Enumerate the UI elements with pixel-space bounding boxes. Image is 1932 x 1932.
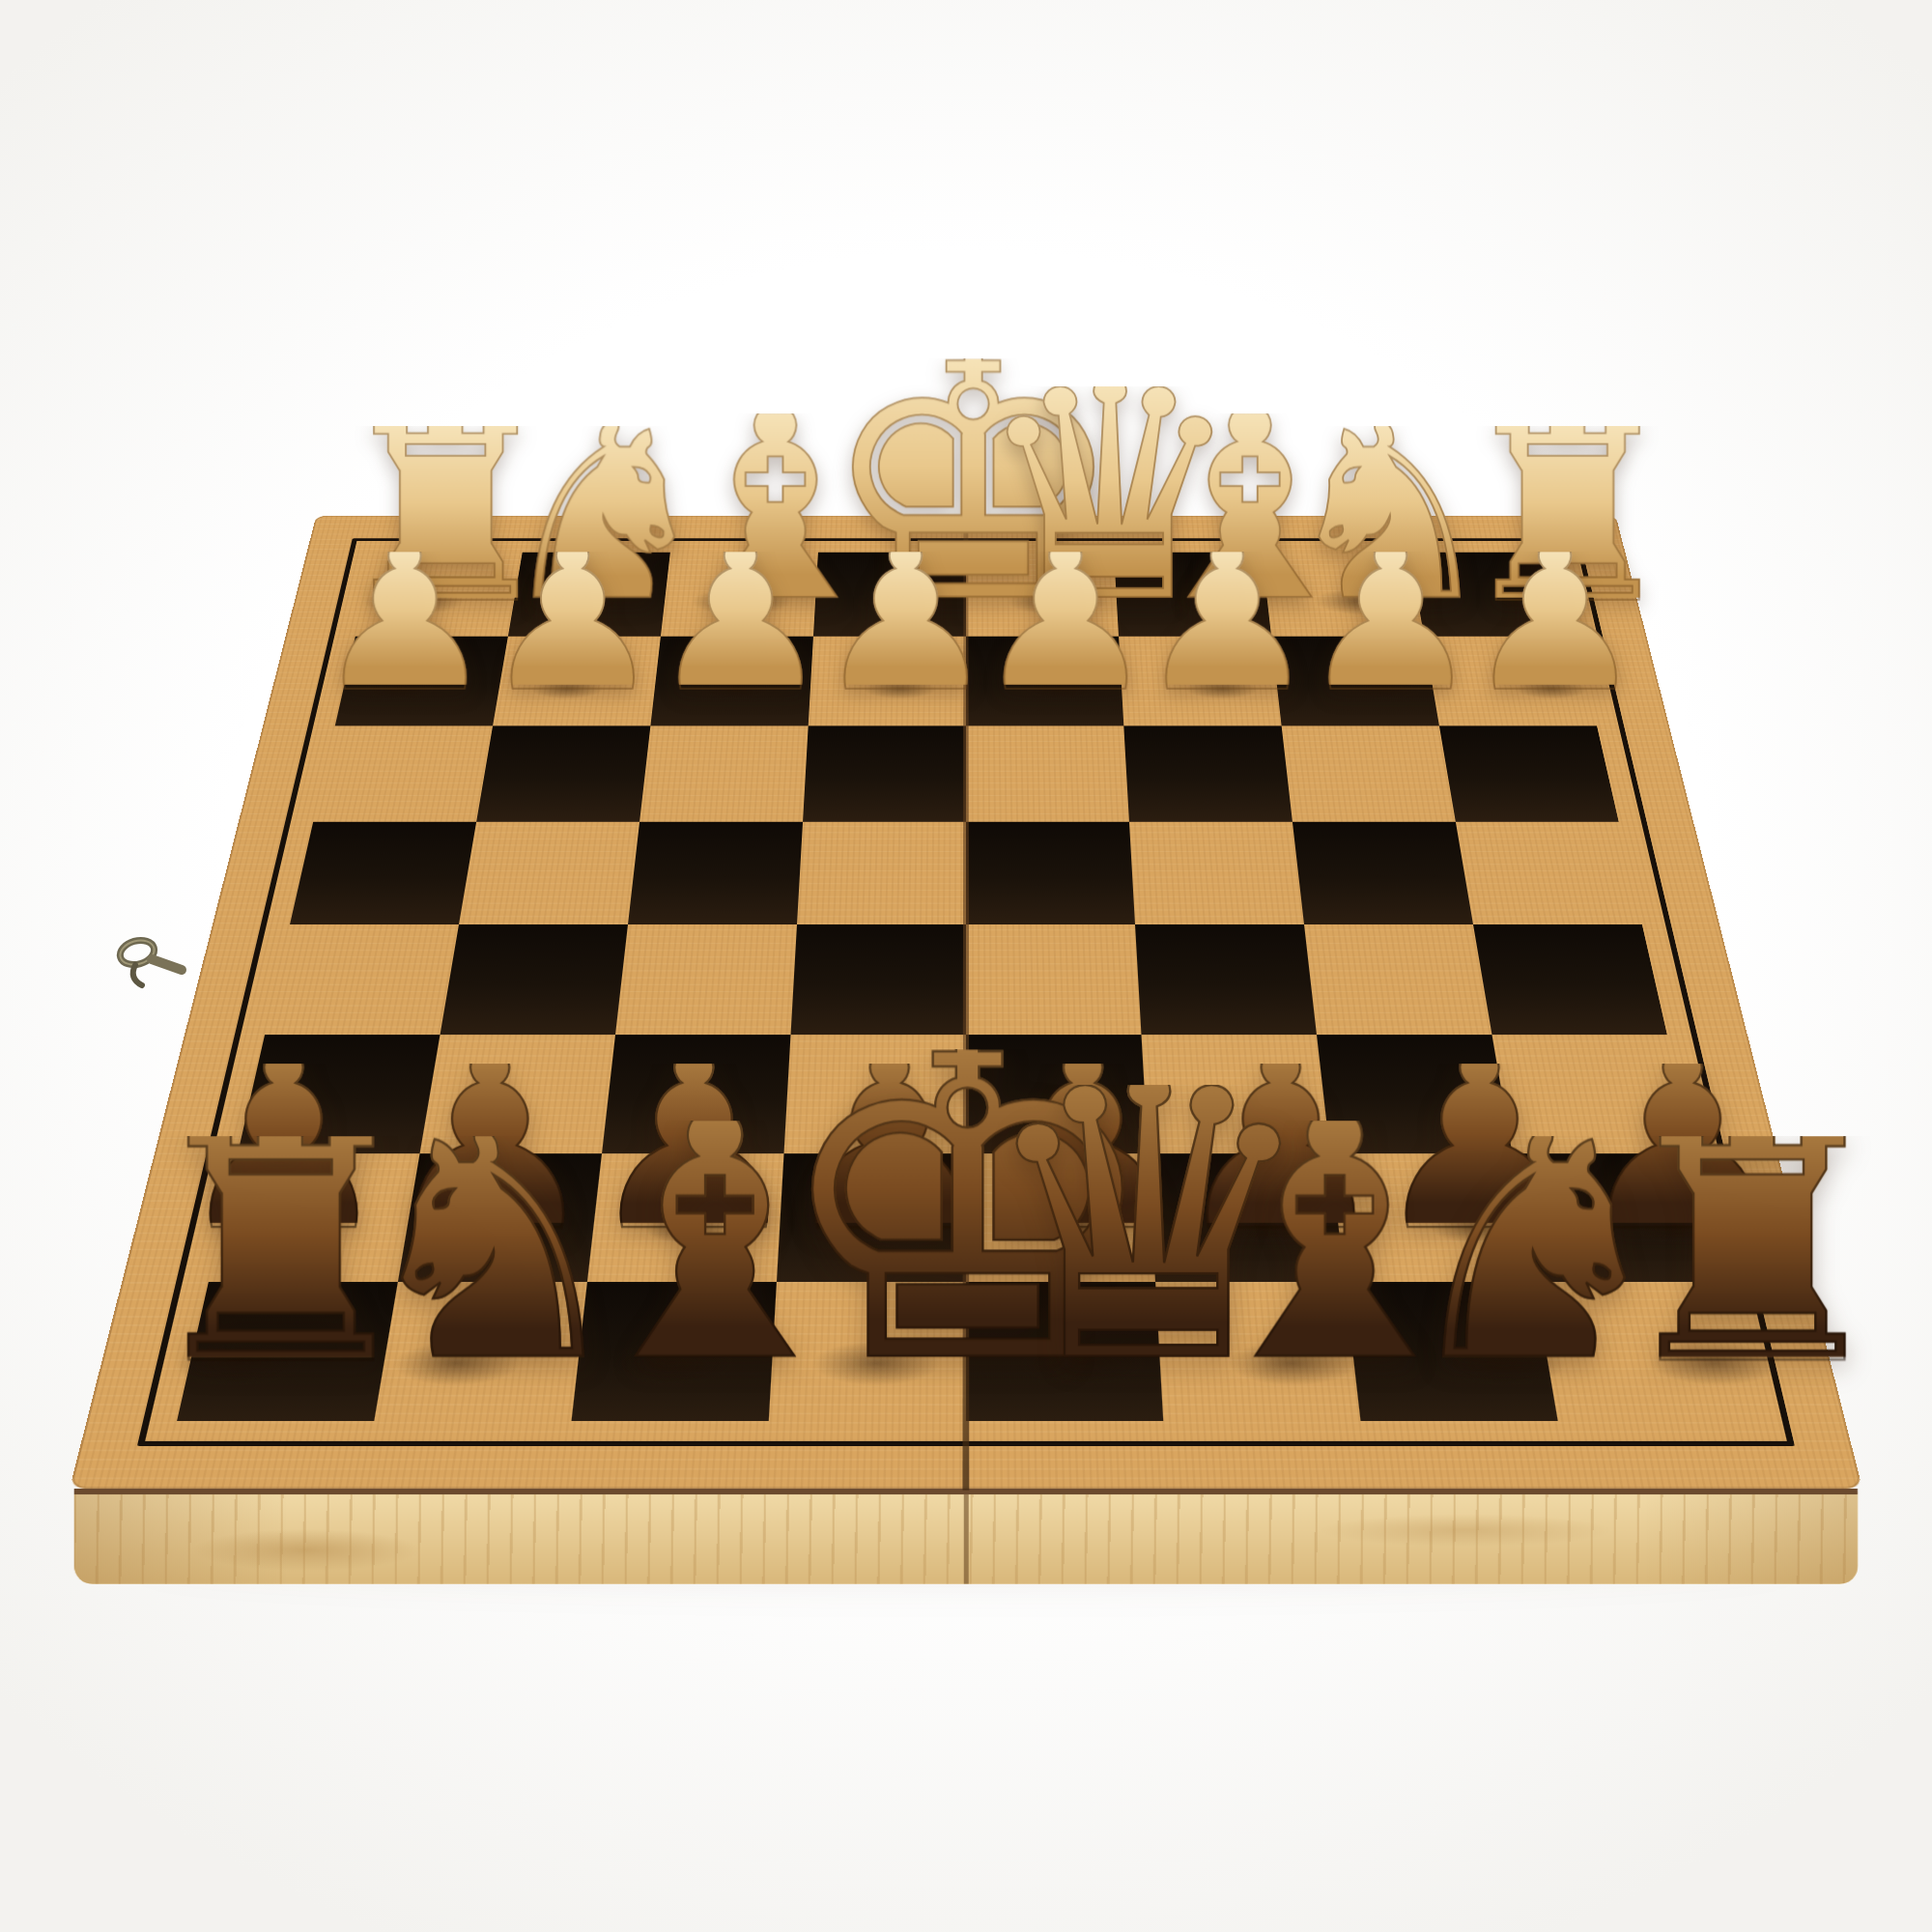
black-rook-glyph: ♜	[1605, 1136, 1899, 1357]
square-g3[interactable]	[476, 725, 650, 821]
square-d3[interactable]	[966, 725, 1129, 821]
square-c4[interactable]	[1129, 822, 1304, 924]
piece-black-king-e8[interactable]: ♚	[769, 1049, 962, 1356]
piece-black-bishop-c8[interactable]: ♝	[1183, 1121, 1377, 1357]
piece-black-knight-g8[interactable]: ♞	[351, 1136, 544, 1357]
clasp-icon	[106, 914, 203, 1010]
square-e4[interactable]	[797, 822, 966, 924]
square-f4[interactable]	[628, 822, 803, 924]
square-h3[interactable]	[313, 725, 493, 821]
square-c3[interactable]	[1123, 725, 1293, 821]
square-a4[interactable]	[1456, 822, 1642, 924]
piece-shadow	[833, 583, 972, 620]
square-b4[interactable]	[1293, 822, 1473, 924]
square-f3[interactable]	[639, 725, 809, 821]
square-a3[interactable]	[1439, 725, 1619, 821]
square-h4[interactable]	[290, 822, 476, 924]
square-d4[interactable]	[966, 822, 1135, 924]
piece-black-queen-d8[interactable]: ♛	[974, 1085, 1167, 1357]
scene: ♜♞♝♚♛♝♞♜♟♟♟♟♟♟♟♟♟♟♟♟♟♟♟♟♜♞♝♚♛♝♞♜	[0, 0, 1932, 1932]
piece-black-bishop-f8[interactable]: ♝	[563, 1121, 756, 1357]
square-e3[interactable]	[803, 725, 966, 821]
piece-black-rook-h8[interactable]: ♜	[133, 1136, 327, 1357]
piece-black-knight-b8[interactable]: ♞	[1392, 1136, 1585, 1357]
product-photo-chess-set: { "game": "chess", "position": { "fen": …	[0, 0, 1932, 1932]
piece-shadow	[850, 675, 951, 703]
square-b3[interactable]	[1282, 725, 1456, 821]
square-g4[interactable]	[459, 822, 639, 924]
box-side-panel	[74, 1489, 1859, 1584]
piece-black-rook-a8[interactable]: ♜	[1605, 1136, 1799, 1357]
chess-board: ♜♞♝♚♛♝♞♜♟♟♟♟♟♟♟♟♟♟♟♟♟♟♟♟♜♞♝♚♛♝♞♜	[70, 516, 1862, 1489]
